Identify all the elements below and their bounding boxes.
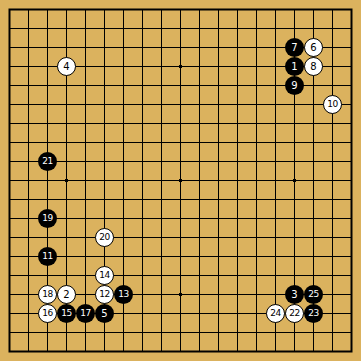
stone-22-white: 22 xyxy=(285,304,304,323)
stone-move-number: 23 xyxy=(308,309,318,318)
stone-12-white: 12 xyxy=(95,285,114,304)
stone-move-number: 9 xyxy=(291,81,297,91)
stone-move-number: 14 xyxy=(99,271,109,280)
stone-move-number: 18 xyxy=(42,290,52,299)
stone-move-number: 17 xyxy=(80,309,90,318)
stone-1-black: 1 xyxy=(285,57,304,76)
stone-move-number: 1 xyxy=(291,62,297,72)
stone-15-black: 15 xyxy=(57,304,76,323)
stone-move-number: 25 xyxy=(308,290,318,299)
stone-move-number: 2 xyxy=(63,290,69,300)
stone-move-number: 11 xyxy=(42,252,52,261)
stone-move-number: 6 xyxy=(310,43,316,53)
stone-move-number: 21 xyxy=(42,157,52,166)
stone-move-number: 24 xyxy=(270,309,280,318)
stone-8-white: 8 xyxy=(304,57,323,76)
stone-13-black: 13 xyxy=(114,285,133,304)
stone-move-number: 15 xyxy=(61,309,71,318)
stone-move-number: 3 xyxy=(291,290,297,300)
stone-4-white: 4 xyxy=(57,57,76,76)
stone-10-white: 10 xyxy=(323,95,342,114)
stone-20-white: 20 xyxy=(95,228,114,247)
stone-5-black: 5 xyxy=(95,304,114,323)
stone-move-number: 12 xyxy=(99,290,109,299)
stone-7-black: 7 xyxy=(285,38,304,57)
stone-move-number: 13 xyxy=(118,290,128,299)
stone-6-white: 6 xyxy=(304,38,323,57)
stone-19-black: 19 xyxy=(38,209,57,228)
stone-move-number: 7 xyxy=(291,43,297,53)
stone-2-white: 2 xyxy=(57,285,76,304)
stone-24-white: 24 xyxy=(266,304,285,323)
stone-move-number: 5 xyxy=(101,309,107,319)
stone-17-black: 17 xyxy=(76,304,95,323)
stone-move-number: 20 xyxy=(99,233,109,242)
stone-move-number: 4 xyxy=(63,62,69,72)
stone-move-number: 8 xyxy=(310,62,316,72)
stone-21-black: 21 xyxy=(38,152,57,171)
stone-move-number: 19 xyxy=(42,214,52,223)
stone-25-black: 25 xyxy=(304,285,323,304)
stone-11-black: 11 xyxy=(38,247,57,266)
go-board: 1234567891011121314151617181920212223242… xyxy=(0,0,361,361)
stone-14-white: 14 xyxy=(95,266,114,285)
stone-move-number: 10 xyxy=(327,100,337,109)
stone-move-number: 16 xyxy=(42,309,52,318)
stone-9-black: 9 xyxy=(285,76,304,95)
stone-16-white: 16 xyxy=(38,304,57,323)
stone-18-white: 18 xyxy=(38,285,57,304)
stone-3-black: 3 xyxy=(285,285,304,304)
stone-23-black: 23 xyxy=(304,304,323,323)
stone-move-number: 22 xyxy=(289,309,299,318)
stones-layer: 1234567891011121314151617181920212223242… xyxy=(0,0,361,361)
